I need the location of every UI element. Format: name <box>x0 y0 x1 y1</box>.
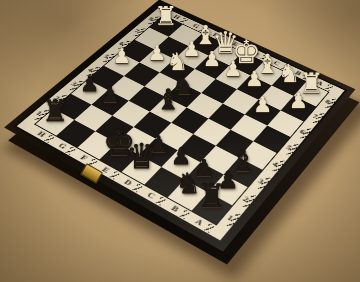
coordinate-label: 5 <box>103 54 111 60</box>
coordinate-label: F <box>79 154 89 162</box>
white-pawn-d7[interactable]: ♟ <box>224 59 243 80</box>
coordinate-label: 3 <box>70 81 79 87</box>
white-pawn-b6[interactable]: ♟ <box>253 94 272 116</box>
coordinate-label: 6 <box>299 129 307 136</box>
coordinate-label: 5 <box>285 144 293 151</box>
black-bishop-e4[interactable]: ♝ <box>156 85 181 113</box>
white-knight-b8[interactable]: ♞ <box>278 62 300 87</box>
black-pawn-g3[interactable]: ♟ <box>100 84 119 106</box>
black-pawn-c2[interactable]: ♟ <box>171 145 192 168</box>
black-rook-a1[interactable]: ♜ <box>198 180 227 212</box>
white-rook-h8[interactable]: ♜ <box>154 3 177 29</box>
coordinate-label: B <box>170 204 181 213</box>
white-pawn-g6[interactable]: ♟ <box>148 43 166 64</box>
coordinate-label: C <box>146 191 157 200</box>
coordinate-label: 2 <box>242 196 251 204</box>
black-pawn-h3[interactable]: ♟ <box>80 73 99 95</box>
black-rook-h1[interactable]: ♜ <box>42 96 69 126</box>
white-pawn-c7[interactable]: ♟ <box>245 69 264 90</box>
coordinate-label: 4 <box>272 161 280 168</box>
white-pawn-e7[interactable]: ♟ <box>203 49 221 70</box>
white-pawn-a7[interactable]: ♟ <box>289 90 308 112</box>
coordinate-label: 3 <box>257 178 266 186</box>
coordinate-label: 7 <box>133 29 141 34</box>
coordinate-label: 1 <box>226 214 235 222</box>
white-pawn-h5[interactable]: ♟ <box>113 46 132 67</box>
coordinate-label: 8 <box>324 99 331 105</box>
coordinate-label: D <box>123 178 134 187</box>
coordinate-label: 7 <box>312 113 320 120</box>
chess-photo-scene: ABCDEFGHABCDEFGH8765432187654321 ♜♞♝♚♛♝♜… <box>0 0 360 282</box>
black-queen-d1[interactable]: ♛ <box>126 139 157 174</box>
coordinate-label: G <box>57 142 68 150</box>
coordinate-label: H <box>36 130 47 138</box>
coordinate-label: A <box>194 218 205 227</box>
